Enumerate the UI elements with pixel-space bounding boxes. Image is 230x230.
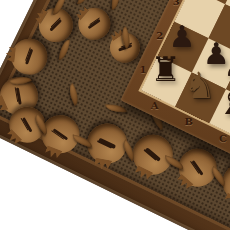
file-label-b: B <box>181 115 197 129</box>
pomegranate-carving <box>126 128 179 181</box>
leaf-carving <box>105 103 127 113</box>
pawn-c2[interactable]: ♟ <box>224 48 230 83</box>
photo-stage: 12345678ABCDEFGH ♜♞♝♟♟♟ <box>0 0 230 230</box>
leaf-carving <box>77 0 91 6</box>
leaf-carving <box>65 83 83 106</box>
knight-b1[interactable]: ♞ <box>184 65 216 106</box>
rook-a1[interactable]: ♜ <box>150 49 180 89</box>
bishop-c1[interactable]: ♝ <box>217 79 230 123</box>
pomegranate-carving <box>72 1 117 46</box>
leaf-carving <box>111 0 121 10</box>
leaf-carving <box>59 39 70 61</box>
file-label-c: C <box>215 132 230 146</box>
file-label-a: A <box>147 99 163 113</box>
